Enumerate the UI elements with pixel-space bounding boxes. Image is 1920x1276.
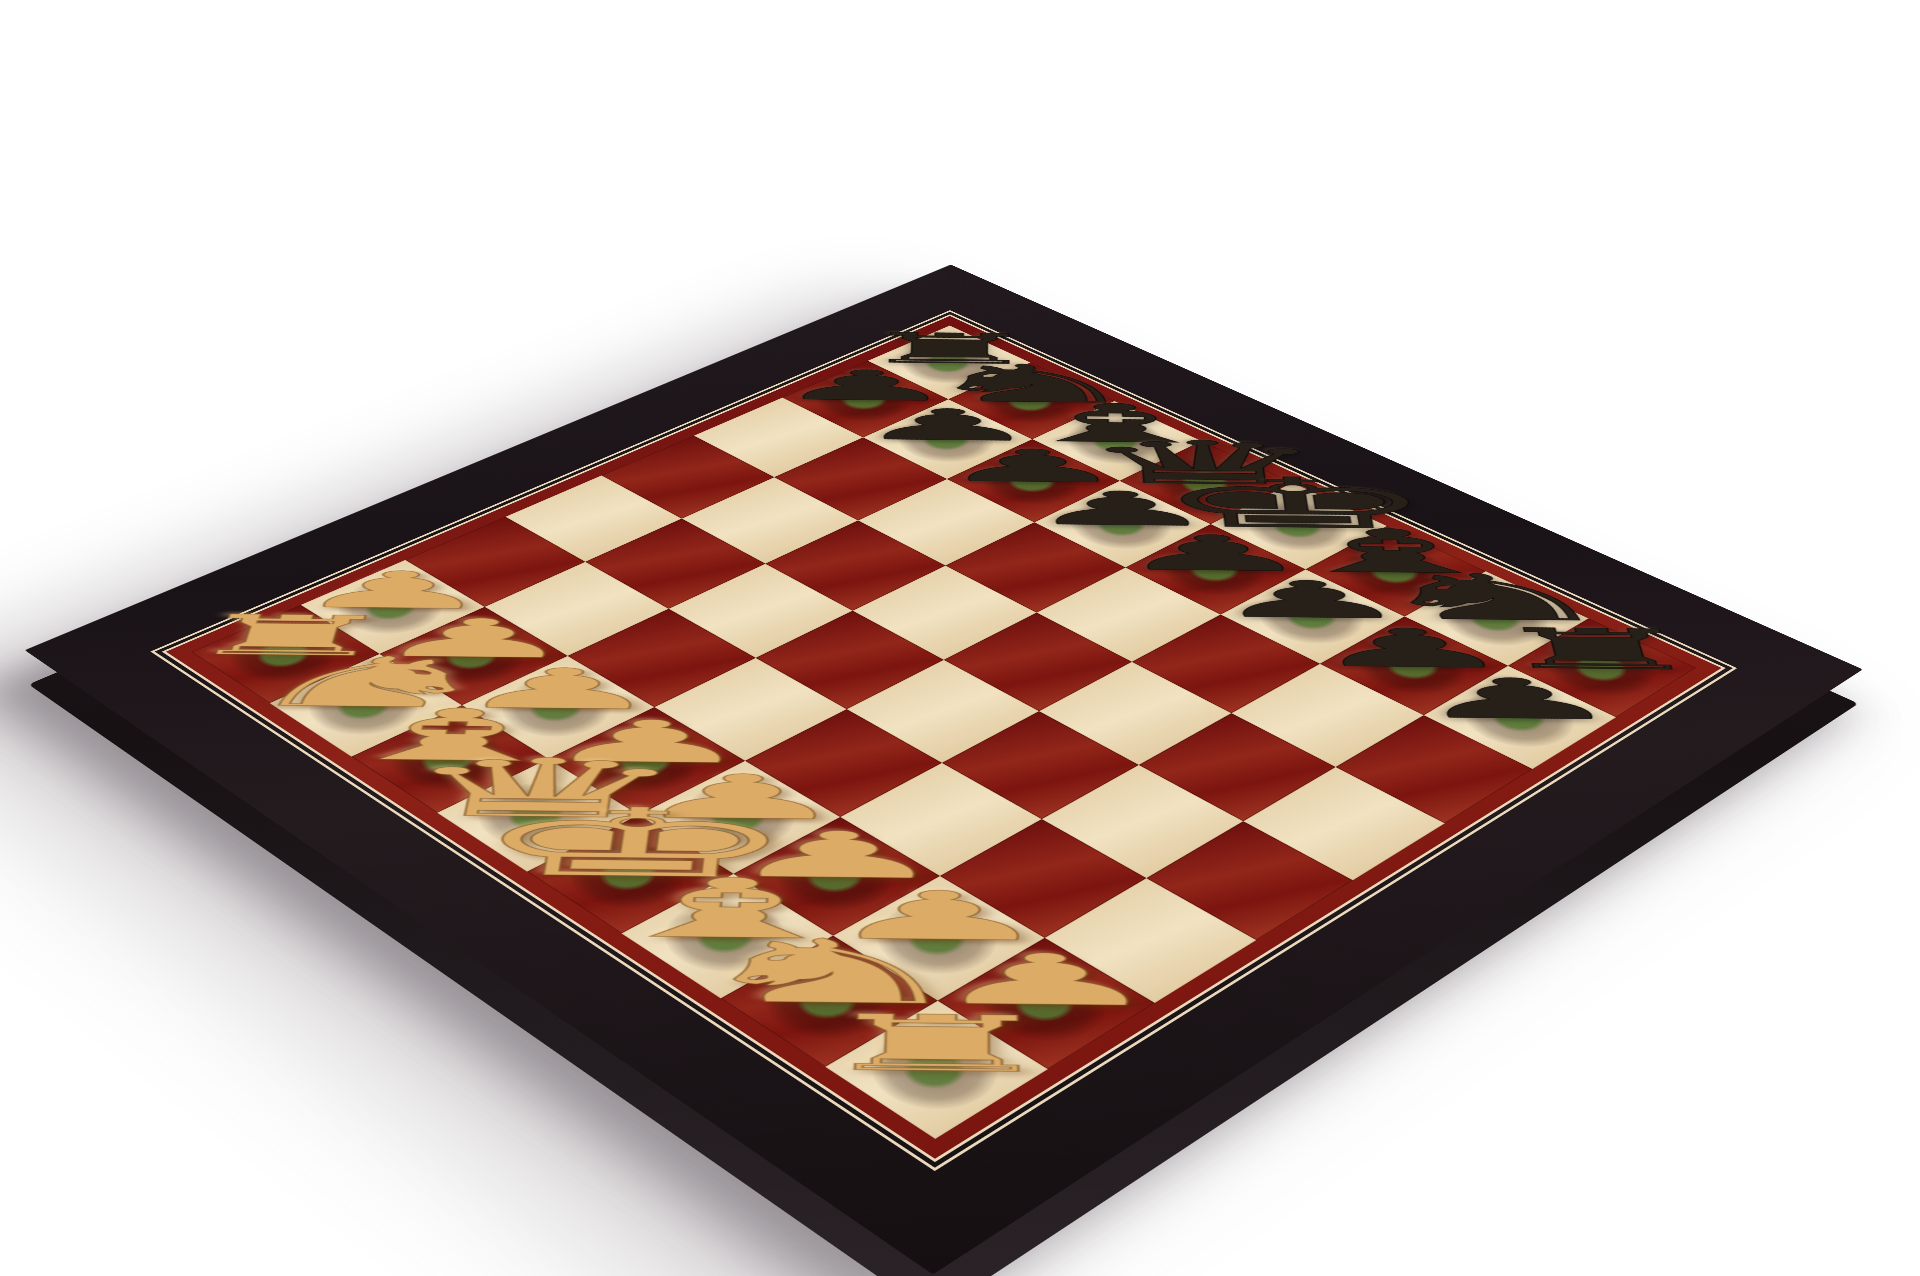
- piece-shadow: [957, 952, 1131, 1057]
- board-frame: ♜♞♝♛♚♝♞♜♟♟♟♟♟♟♟♟♟♟♟♟♟♟♟♟♜♞♝♛♚♝♞♜: [25, 265, 1863, 1275]
- white-pawn[interactable]: ♟: [820, 881, 1058, 951]
- product-photo: ♜♞♝♛♚♝♞♜♟♟♟♟♟♟♟♟♟♟♟♟♟♟♟♟♜♞♝♛♚♝♞♜: [0, 0, 1920, 1276]
- white-pawn[interactable]: ♟: [924, 943, 1168, 1016]
- white-king[interactable]: ♚: [454, 794, 808, 892]
- square-f4[interactable]: [942, 711, 1139, 819]
- square-g4[interactable]: [1042, 765, 1244, 878]
- square-g2[interactable]: ♟: [833, 876, 1045, 1001]
- chess-board: ♜♞♝♛♚♝♞♜♟♟♟♟♟♟♟♟♟♟♟♟♟♟♟♟♜♞♝♛♚♝♞♜: [25, 265, 1863, 1275]
- piece-shadow: [641, 887, 810, 987]
- square-h1[interactable]: ♜: [825, 1001, 1048, 1139]
- piece-shadow: [455, 771, 616, 861]
- square-g3[interactable]: [940, 819, 1146, 938]
- white-rook[interactable]: ♜: [806, 1004, 1068, 1084]
- board-squares: ♜♞♝♛♚♝♞♜♟♟♟♟♟♟♟♟♟♟♟♟♟♟♟♟♜♞♝♛♚♝♞♜: [191, 326, 1696, 1139]
- square-h5[interactable]: [1243, 767, 1445, 880]
- piece-shadow: [852, 889, 1021, 989]
- square-h7[interactable]: ♟: [1424, 666, 1616, 769]
- square-g5[interactable]: [1139, 713, 1336, 821]
- square-f1[interactable]: ♝: [621, 874, 833, 999]
- square-e1[interactable]: ♚: [527, 815, 733, 934]
- square-h4[interactable]: [1146, 821, 1352, 940]
- square-f5[interactable]: [1039, 662, 1231, 765]
- piece-shadow: [657, 773, 818, 864]
- white-pawn[interactable]: ♟: [720, 822, 953, 888]
- square-f3[interactable]: [840, 763, 1042, 876]
- piece-shadow: [752, 829, 917, 924]
- square-h6[interactable]: [1336, 715, 1533, 823]
- square-g1[interactable]: ♞: [721, 936, 938, 1067]
- piece-shadow: [740, 949, 914, 1054]
- piece-shadow: [845, 1015, 1023, 1126]
- square-h3[interactable]: [1045, 878, 1257, 1003]
- square-e2[interactable]: ♟: [639, 761, 841, 874]
- square-h2[interactable]: ♟: [938, 938, 1155, 1069]
- white-bishop[interactable]: ♝: [579, 866, 877, 951]
- square-d1[interactable]: ♛: [437, 759, 639, 872]
- black-pawn[interactable]: ♟: [1404, 670, 1631, 728]
- white-knight[interactable]: ♞: [675, 926, 982, 1017]
- square-g6[interactable]: [1231, 664, 1423, 767]
- scene: ♜♞♝♛♚♝♞♜♟♟♟♟♟♟♟♟♟♟♟♟♟♟♟♟♜♞♝♛♚♝♞♜: [0, 0, 1920, 1276]
- piece-shadow: [546, 827, 711, 922]
- square-f2[interactable]: ♟: [733, 817, 939, 936]
- pinstripe-border: ♜♞♝♛♚♝♞♜♟♟♟♟♟♟♟♟♟♟♟♟♟♟♟♟♜♞♝♛♚♝♞♜: [162, 314, 1726, 1162]
- square-e4[interactable]: [847, 660, 1039, 763]
